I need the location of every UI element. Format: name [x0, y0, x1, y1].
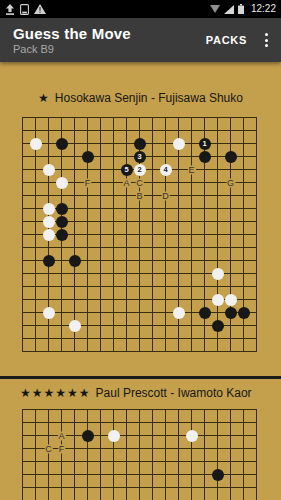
board-intersection[interactable]: [159, 293, 172, 306]
board-intersection[interactable]: [81, 215, 94, 228]
board-intersection[interactable]: [94, 150, 107, 163]
board-intersection[interactable]: A: [120, 176, 133, 189]
overflow-menu-icon[interactable]: [253, 25, 279, 55]
board-intersection[interactable]: [211, 442, 224, 455]
board-intersection[interactable]: [68, 241, 81, 254]
board-intersection[interactable]: [211, 455, 224, 468]
board-intersection[interactable]: [107, 306, 120, 319]
board-intersection[interactable]: [42, 429, 55, 442]
board-intersection[interactable]: [146, 403, 159, 416]
board-intersection[interactable]: [172, 163, 185, 176]
board-intersection[interactable]: [250, 319, 263, 332]
board-intersection[interactable]: [172, 332, 185, 345]
board-intersection[interactable]: [107, 481, 120, 494]
board-intersection[interactable]: [159, 332, 172, 345]
board-intersection[interactable]: [94, 403, 107, 416]
board-intersection[interactable]: [146, 293, 159, 306]
board-intersection[interactable]: [224, 228, 237, 241]
board-intersection[interactable]: [107, 332, 120, 345]
board-intersection[interactable]: [198, 429, 211, 442]
board-intersection[interactable]: [159, 442, 172, 455]
board-intersection[interactable]: [211, 189, 224, 202]
board-intersection[interactable]: [29, 455, 42, 468]
board-intersection[interactable]: [68, 416, 81, 429]
board-intersection[interactable]: [94, 429, 107, 442]
board-intersection[interactable]: [172, 111, 185, 124]
board-intersection[interactable]: [55, 345, 68, 358]
board-intersection[interactable]: [133, 455, 146, 468]
board-intersection[interactable]: [16, 429, 29, 442]
board-intersection[interactable]: [107, 416, 120, 429]
board-intersection[interactable]: [172, 293, 185, 306]
board-intersection[interactable]: [81, 442, 94, 455]
board-intersection[interactable]: [120, 124, 133, 137]
board-intersection[interactable]: [146, 189, 159, 202]
board-intersection[interactable]: [55, 332, 68, 345]
board-intersection[interactable]: [198, 189, 211, 202]
board-intersection[interactable]: [159, 494, 172, 500]
board-intersection[interactable]: [198, 241, 211, 254]
board-intersection[interactable]: [68, 345, 81, 358]
packs-button[interactable]: PACKS: [200, 26, 253, 54]
board-intersection[interactable]: [198, 267, 211, 280]
board-intersection[interactable]: [120, 455, 133, 468]
board-intersection[interactable]: [16, 442, 29, 455]
board-intersection[interactable]: [68, 189, 81, 202]
board-intersection[interactable]: [16, 202, 29, 215]
board-intersection[interactable]: [81, 416, 94, 429]
board-intersection[interactable]: [146, 455, 159, 468]
board-intersection[interactable]: [120, 468, 133, 481]
board-intersection[interactable]: [198, 111, 211, 124]
board-intersection[interactable]: [224, 215, 237, 228]
board-intersection[interactable]: 5: [120, 163, 133, 176]
board-intersection[interactable]: [120, 202, 133, 215]
board-intersection[interactable]: [133, 280, 146, 293]
board-intersection[interactable]: [224, 455, 237, 468]
board-intersection[interactable]: [250, 293, 263, 306]
board-intersection[interactable]: [55, 494, 68, 500]
board-intersection[interactable]: [250, 228, 263, 241]
board-intersection[interactable]: [120, 111, 133, 124]
board-intersection[interactable]: [133, 429, 146, 442]
board-intersection[interactable]: [107, 137, 120, 150]
board-intersection[interactable]: [211, 215, 224, 228]
board-intersection[interactable]: [172, 468, 185, 481]
board-intersection[interactable]: D: [159, 189, 172, 202]
board-intersection[interactable]: [224, 111, 237, 124]
board-intersection[interactable]: [55, 280, 68, 293]
board-intersection[interactable]: [146, 124, 159, 137]
board-intersection[interactable]: [198, 254, 211, 267]
board-intersection[interactable]: F: [81, 176, 94, 189]
board-intersection[interactable]: [224, 202, 237, 215]
board-intersection[interactable]: [159, 468, 172, 481]
board-intersection[interactable]: [81, 150, 94, 163]
board-intersection[interactable]: [94, 345, 107, 358]
board-intersection[interactable]: [55, 176, 68, 189]
board-intersection[interactable]: [211, 241, 224, 254]
board-intersection[interactable]: [107, 267, 120, 280]
board-intersection[interactable]: [237, 468, 250, 481]
board-intersection[interactable]: [94, 468, 107, 481]
board-intersection[interactable]: [224, 150, 237, 163]
board-intersection[interactable]: [185, 124, 198, 137]
board-intersection[interactable]: [29, 254, 42, 267]
board-intersection[interactable]: [68, 124, 81, 137]
board-intersection[interactable]: [146, 416, 159, 429]
board-intersection[interactable]: [250, 124, 263, 137]
board-intersection[interactable]: [198, 455, 211, 468]
board-intersection[interactable]: [211, 345, 224, 358]
board-intersection[interactable]: [172, 150, 185, 163]
board-intersection[interactable]: [198, 124, 211, 137]
board-intersection[interactable]: [68, 319, 81, 332]
board-intersection[interactable]: [237, 429, 250, 442]
board-intersection[interactable]: [42, 241, 55, 254]
board-intersection[interactable]: [55, 241, 68, 254]
board-intersection[interactable]: [42, 332, 55, 345]
board-intersection[interactable]: [237, 111, 250, 124]
board-intersection[interactable]: [250, 215, 263, 228]
board-intersection[interactable]: [29, 468, 42, 481]
board-intersection[interactable]: [55, 202, 68, 215]
board-intersection[interactable]: [159, 176, 172, 189]
board-intersection[interactable]: [237, 137, 250, 150]
board-intersection[interactable]: [94, 215, 107, 228]
board-intersection[interactable]: [42, 137, 55, 150]
board-intersection[interactable]: [120, 481, 133, 494]
board-intersection[interactable]: [185, 319, 198, 332]
board-intersection[interactable]: [16, 163, 29, 176]
board-intersection[interactable]: [29, 429, 42, 442]
board-intersection[interactable]: [29, 176, 42, 189]
board-intersection[interactable]: [198, 176, 211, 189]
board-intersection[interactable]: [159, 267, 172, 280]
board-intersection[interactable]: [42, 416, 55, 429]
board-intersection[interactable]: [224, 319, 237, 332]
board-intersection[interactable]: [42, 228, 55, 241]
board-intersection[interactable]: [94, 267, 107, 280]
board-intersection[interactable]: [107, 254, 120, 267]
board-intersection[interactable]: [172, 429, 185, 442]
board-intersection[interactable]: [211, 228, 224, 241]
board-intersection[interactable]: [146, 254, 159, 267]
board-intersection[interactable]: [250, 267, 263, 280]
board-intersection[interactable]: [94, 416, 107, 429]
board-intersection[interactable]: [237, 228, 250, 241]
board-intersection[interactable]: [16, 267, 29, 280]
board-intersection[interactable]: [172, 176, 185, 189]
board-intersection[interactable]: [250, 150, 263, 163]
board-intersection[interactable]: [146, 215, 159, 228]
board-intersection[interactable]: [29, 267, 42, 280]
board-intersection[interactable]: C: [42, 442, 55, 455]
board-intersection[interactable]: [185, 202, 198, 215]
board-intersection[interactable]: [133, 267, 146, 280]
board-intersection[interactable]: [16, 111, 29, 124]
board-intersection[interactable]: [81, 202, 94, 215]
board-intersection[interactable]: 4: [159, 163, 172, 176]
board-intersection[interactable]: [68, 403, 81, 416]
board-intersection[interactable]: [16, 416, 29, 429]
board-intersection[interactable]: [81, 306, 94, 319]
board-intersection[interactable]: [159, 345, 172, 358]
board-intersection[interactable]: 1: [198, 137, 211, 150]
board-intersection[interactable]: [250, 306, 263, 319]
board-intersection[interactable]: [16, 319, 29, 332]
board-intersection[interactable]: A: [55, 429, 68, 442]
board-intersection[interactable]: [250, 202, 263, 215]
board-intersection[interactable]: [42, 267, 55, 280]
board-intersection[interactable]: [237, 293, 250, 306]
board-intersection[interactable]: [120, 254, 133, 267]
board-intersection[interactable]: [172, 228, 185, 241]
board-intersection[interactable]: [159, 280, 172, 293]
board-intersection[interactable]: [107, 280, 120, 293]
board-intersection[interactable]: [81, 293, 94, 306]
board-intersection[interactable]: [81, 241, 94, 254]
board-intersection[interactable]: [133, 202, 146, 215]
board-intersection[interactable]: [55, 150, 68, 163]
board-intersection[interactable]: [81, 267, 94, 280]
board-intersection[interactable]: [237, 189, 250, 202]
board-intersection[interactable]: [94, 332, 107, 345]
board-intersection[interactable]: [29, 241, 42, 254]
board-intersection[interactable]: [198, 228, 211, 241]
board-intersection[interactable]: [16, 332, 29, 345]
board-intersection[interactable]: [185, 176, 198, 189]
board-intersection[interactable]: [94, 137, 107, 150]
board-intersection[interactable]: [146, 481, 159, 494]
board-intersection[interactable]: [198, 150, 211, 163]
board-intersection[interactable]: [211, 124, 224, 137]
board-intersection[interactable]: [55, 293, 68, 306]
board-intersection[interactable]: [185, 403, 198, 416]
board-intersection[interactable]: [107, 228, 120, 241]
board-intersection[interactable]: [29, 403, 42, 416]
board-intersection[interactable]: [81, 429, 94, 442]
board-intersection[interactable]: [146, 202, 159, 215]
board-intersection[interactable]: [29, 332, 42, 345]
board-intersection[interactable]: [133, 468, 146, 481]
board-intersection[interactable]: [237, 345, 250, 358]
board-intersection[interactable]: [185, 215, 198, 228]
board-intersection[interactable]: [133, 228, 146, 241]
board-intersection[interactable]: [68, 481, 81, 494]
board-intersection[interactable]: [224, 267, 237, 280]
board-intersection[interactable]: [81, 254, 94, 267]
board-intersection[interactable]: [81, 228, 94, 241]
board-intersection[interactable]: [159, 306, 172, 319]
board-intersection[interactable]: [211, 416, 224, 429]
board-intersection[interactable]: [172, 319, 185, 332]
board-intersection[interactable]: [146, 442, 159, 455]
board-intersection[interactable]: [81, 280, 94, 293]
board-intersection[interactable]: [107, 345, 120, 358]
board-intersection[interactable]: [172, 202, 185, 215]
board-intersection[interactable]: [211, 332, 224, 345]
board-intersection[interactable]: [68, 111, 81, 124]
board-intersection[interactable]: [159, 455, 172, 468]
board-intersection[interactable]: [224, 481, 237, 494]
board-intersection[interactable]: [224, 280, 237, 293]
board-intersection[interactable]: [159, 254, 172, 267]
board-intersection[interactable]: [237, 241, 250, 254]
board-intersection[interactable]: [185, 111, 198, 124]
board-intersection[interactable]: [237, 319, 250, 332]
board-intersection[interactable]: [211, 293, 224, 306]
board-intersection[interactable]: [211, 494, 224, 500]
board-intersection[interactable]: [198, 468, 211, 481]
board-intersection[interactable]: [250, 176, 263, 189]
board-intersection[interactable]: [237, 267, 250, 280]
board-intersection[interactable]: [55, 228, 68, 241]
board-intersection[interactable]: [172, 455, 185, 468]
board-intersection[interactable]: [250, 332, 263, 345]
board-intersection[interactable]: [42, 150, 55, 163]
board-intersection[interactable]: [211, 150, 224, 163]
board-intersection[interactable]: [29, 228, 42, 241]
board-intersection[interactable]: [29, 306, 42, 319]
board-intersection[interactable]: [211, 429, 224, 442]
board-intersection[interactable]: [42, 176, 55, 189]
board-intersection[interactable]: [81, 345, 94, 358]
board-intersection[interactable]: [224, 293, 237, 306]
board-intersection[interactable]: [68, 429, 81, 442]
board-intersection[interactable]: [94, 280, 107, 293]
board-intersection[interactable]: [29, 215, 42, 228]
board-intersection[interactable]: [120, 442, 133, 455]
board-intersection[interactable]: [133, 481, 146, 494]
board-intersection[interactable]: [133, 494, 146, 500]
board-intersection[interactable]: [237, 124, 250, 137]
board-intersection[interactable]: [42, 280, 55, 293]
board-intersection[interactable]: [42, 293, 55, 306]
board-intersection[interactable]: [120, 228, 133, 241]
board-intersection[interactable]: [120, 429, 133, 442]
board-intersection[interactable]: [198, 332, 211, 345]
board-intersection[interactable]: [55, 306, 68, 319]
board-intersection[interactable]: [159, 416, 172, 429]
board-intersection[interactable]: [133, 111, 146, 124]
board-intersection[interactable]: [55, 319, 68, 332]
board-intersection[interactable]: [250, 137, 263, 150]
board-intersection[interactable]: [120, 267, 133, 280]
board-intersection[interactable]: [120, 494, 133, 500]
board-intersection[interactable]: [133, 332, 146, 345]
board-intersection[interactable]: [211, 280, 224, 293]
board-intersection[interactable]: [172, 345, 185, 358]
board-intersection[interactable]: [94, 494, 107, 500]
board-intersection[interactable]: [159, 403, 172, 416]
board-intersection[interactable]: [146, 280, 159, 293]
board-intersection[interactable]: [81, 124, 94, 137]
board-intersection[interactable]: [172, 306, 185, 319]
board-intersection[interactable]: [68, 306, 81, 319]
board-intersection[interactable]: [42, 254, 55, 267]
board-intersection[interactable]: [185, 254, 198, 267]
board-intersection[interactable]: [107, 124, 120, 137]
board-intersection[interactable]: [159, 150, 172, 163]
board-intersection[interactable]: [133, 345, 146, 358]
board-intersection[interactable]: [250, 468, 263, 481]
board-intersection[interactable]: [133, 442, 146, 455]
board-intersection[interactable]: C: [133, 176, 146, 189]
board-intersection[interactable]: [120, 403, 133, 416]
board-intersection[interactable]: [29, 280, 42, 293]
board-intersection[interactable]: [211, 481, 224, 494]
board-intersection[interactable]: [211, 267, 224, 280]
board-intersection[interactable]: [185, 306, 198, 319]
board-intersection[interactable]: [159, 429, 172, 442]
board-intersection[interactable]: [159, 202, 172, 215]
board-intersection[interactable]: [55, 124, 68, 137]
board-intersection[interactable]: [94, 163, 107, 176]
board-intersection[interactable]: [250, 345, 263, 358]
board-intersection[interactable]: [42, 494, 55, 500]
board-intersection[interactable]: [94, 254, 107, 267]
board-intersection[interactable]: [42, 468, 55, 481]
board-intersection[interactable]: [172, 215, 185, 228]
board-intersection[interactable]: [185, 468, 198, 481]
board-intersection[interactable]: [224, 254, 237, 267]
board-intersection[interactable]: [120, 241, 133, 254]
board-intersection[interactable]: [172, 442, 185, 455]
board-intersection[interactable]: [237, 306, 250, 319]
board-intersection[interactable]: 2: [133, 163, 146, 176]
board-intersection[interactable]: [81, 468, 94, 481]
board-intersection[interactable]: [185, 455, 198, 468]
board-intersection[interactable]: [146, 345, 159, 358]
board-intersection[interactable]: [68, 267, 81, 280]
board-intersection[interactable]: [159, 319, 172, 332]
board-intersection[interactable]: [159, 215, 172, 228]
board-intersection[interactable]: [42, 111, 55, 124]
board-intersection[interactable]: [146, 241, 159, 254]
board-intersection[interactable]: [29, 319, 42, 332]
board-intersection[interactable]: [120, 319, 133, 332]
board-intersection[interactable]: [211, 306, 224, 319]
board-intersection[interactable]: [224, 241, 237, 254]
board-intersection[interactable]: [211, 403, 224, 416]
board-intersection[interactable]: [120, 189, 133, 202]
board-intersection[interactable]: [29, 442, 42, 455]
board-intersection[interactable]: [185, 189, 198, 202]
board-intersection[interactable]: [42, 163, 55, 176]
board-intersection[interactable]: [16, 150, 29, 163]
board-intersection[interactable]: [146, 228, 159, 241]
board-intersection[interactable]: [185, 481, 198, 494]
board-intersection[interactable]: [120, 150, 133, 163]
board-intersection[interactable]: [42, 124, 55, 137]
board-intersection[interactable]: [185, 429, 198, 442]
board-intersection[interactable]: [81, 111, 94, 124]
board-intersection[interactable]: [107, 319, 120, 332]
board-intersection[interactable]: [198, 481, 211, 494]
board-intersection[interactable]: [172, 494, 185, 500]
board-intersection[interactable]: [146, 332, 159, 345]
board-intersection[interactable]: [16, 280, 29, 293]
board-intersection[interactable]: [133, 124, 146, 137]
board-intersection[interactable]: [198, 293, 211, 306]
board-intersection[interactable]: [55, 111, 68, 124]
board-intersection[interactable]: [198, 319, 211, 332]
board-intersection[interactable]: [16, 481, 29, 494]
board-intersection[interactable]: [211, 468, 224, 481]
board-intersection[interactable]: [224, 163, 237, 176]
board-intersection[interactable]: [16, 254, 29, 267]
